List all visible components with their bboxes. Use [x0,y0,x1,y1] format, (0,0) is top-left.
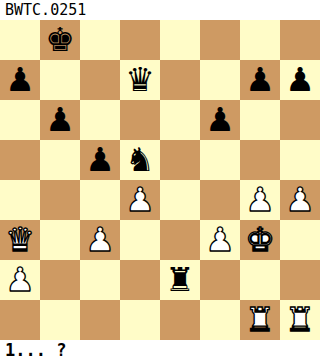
square-b3 [40,220,80,260]
square-f7 [200,60,240,100]
square-f1 [200,300,240,340]
square-a2: ♟ [0,260,40,300]
square-a7: ♟ [0,60,40,100]
square-f8 [200,20,240,60]
square-e5 [160,140,200,180]
square-h7: ♟ [280,60,320,100]
square-e7 [160,60,200,100]
black-knight: ♞ [125,140,155,180]
square-a8 [0,20,40,60]
square-b4 [40,180,80,220]
square-g8 [240,20,280,60]
square-g5 [240,140,280,180]
square-f4 [200,180,240,220]
black-pawn: ♟ [205,100,235,140]
square-b7 [40,60,80,100]
white-pawn: ♟ [85,220,115,260]
black-pawn: ♟ [285,60,315,100]
white-pawn: ♟ [125,180,155,220]
square-e4 [160,180,200,220]
square-c1 [80,300,120,340]
square-c4 [80,180,120,220]
square-d3 [120,220,160,260]
square-d7: ♛ [120,60,160,100]
black-pawn: ♟ [45,100,75,140]
square-d8 [120,20,160,60]
square-b6: ♟ [40,100,80,140]
square-h3 [280,220,320,260]
square-g1: ♜ [240,300,280,340]
square-e1 [160,300,200,340]
square-a1 [0,300,40,340]
white-pawn: ♟ [285,180,315,220]
square-h6 [280,100,320,140]
square-a3: ♛ [0,220,40,260]
black-pawn: ♟ [85,140,115,180]
square-g2 [240,260,280,300]
white-queen: ♛ [5,220,35,260]
square-b5 [40,140,80,180]
move-prompt: 1... ? [0,340,320,360]
square-h8 [280,20,320,60]
black-pawn: ♟ [5,60,35,100]
square-e2: ♜ [160,260,200,300]
square-a4 [0,180,40,220]
white-pawn: ♟ [205,220,235,260]
chess-board: ♚♟♛♟♟♟♟♟♞♟♟♟♛♟♟♚♟♜♜♜ [0,20,320,340]
white-king: ♚ [245,220,275,260]
white-pawn: ♟ [5,260,35,300]
square-e3 [160,220,200,260]
square-h1: ♜ [280,300,320,340]
white-rook: ♜ [245,300,275,340]
square-d6 [120,100,160,140]
square-c5: ♟ [80,140,120,180]
black-rook: ♜ [165,260,195,300]
square-b8: ♚ [40,20,80,60]
square-g6 [240,100,280,140]
square-f3: ♟ [200,220,240,260]
black-queen: ♛ [125,60,155,100]
black-pawn: ♟ [245,60,275,100]
square-g7: ♟ [240,60,280,100]
square-b2 [40,260,80,300]
white-pawn: ♟ [245,180,275,220]
square-h2 [280,260,320,300]
square-f5 [200,140,240,180]
square-e6 [160,100,200,140]
square-f6: ♟ [200,100,240,140]
square-c8 [80,20,120,60]
square-d1 [120,300,160,340]
square-f2 [200,260,240,300]
square-e8 [160,20,200,60]
square-c3: ♟ [80,220,120,260]
square-g3: ♚ [240,220,280,260]
square-c7 [80,60,120,100]
square-a6 [0,100,40,140]
square-d5: ♞ [120,140,160,180]
diagram-title: BWTC.0251 [0,0,320,20]
square-d4: ♟ [120,180,160,220]
square-a5 [0,140,40,180]
square-c6 [80,100,120,140]
square-b1 [40,300,80,340]
square-d2 [120,260,160,300]
square-g4: ♟ [240,180,280,220]
square-c2 [80,260,120,300]
square-h5 [280,140,320,180]
black-king: ♚ [45,20,75,60]
white-rook: ♜ [285,300,315,340]
square-h4: ♟ [280,180,320,220]
